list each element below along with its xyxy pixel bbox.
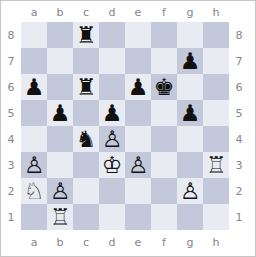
square-g8[interactable] (177, 22, 203, 48)
square-f3[interactable] (151, 152, 177, 178)
square-a1[interactable] (21, 204, 47, 230)
rank-label-2: 2 (231, 178, 247, 204)
file-labels-bottom: abcdefgh (21, 234, 229, 250)
file-label-f: f (151, 4, 177, 20)
black-king[interactable]: ♚ (154, 74, 175, 100)
white-king[interactable]: ♔ (102, 152, 123, 178)
white-pawn[interactable]: ♙ (128, 152, 149, 178)
square-d1[interactable] (99, 204, 125, 230)
rank-label-6: 6 (3, 74, 19, 100)
square-b6[interactable] (47, 74, 73, 100)
white-rook[interactable]: ♖ (206, 152, 227, 178)
file-label-c: c (73, 4, 99, 20)
rank-label-7: 7 (3, 48, 19, 74)
black-rook[interactable]: ♜ (76, 74, 97, 100)
square-g2[interactable]: ♙ (177, 178, 203, 204)
square-g5[interactable]: ♟ (177, 100, 203, 126)
rank-label-3: 3 (231, 152, 247, 178)
square-e7[interactable] (125, 48, 151, 74)
file-label-a: a (21, 234, 47, 250)
file-label-g: g (177, 234, 203, 250)
square-e1[interactable] (125, 204, 151, 230)
rank-label-3: 3 (3, 152, 19, 178)
board: ♜♟♟♜♟♚♟♟♟♞♙♙♔♙♖♘♙♙♖ (21, 22, 229, 230)
file-label-b: b (47, 4, 73, 20)
rank-label-1: 1 (3, 204, 19, 230)
rank-label-1: 1 (231, 204, 247, 230)
square-h3[interactable]: ♖ (203, 152, 229, 178)
square-f7[interactable] (151, 48, 177, 74)
square-c7[interactable] (73, 48, 99, 74)
square-b8[interactable] (47, 22, 73, 48)
square-c4[interactable]: ♞ (73, 126, 99, 152)
square-a7[interactable] (21, 48, 47, 74)
square-a3[interactable]: ♙ (21, 152, 47, 178)
rank-label-6: 6 (231, 74, 247, 100)
rank-labels-left: 87654321 (3, 22, 19, 230)
rank-label-4: 4 (231, 126, 247, 152)
square-d7[interactable] (99, 48, 125, 74)
square-b5[interactable]: ♟ (47, 100, 73, 126)
rank-label-8: 8 (231, 22, 247, 48)
square-b7[interactable] (47, 48, 73, 74)
square-b1[interactable]: ♖ (47, 204, 73, 230)
square-c8[interactable]: ♜ (73, 22, 99, 48)
file-labels-top: abcdefgh (21, 4, 229, 20)
black-pawn[interactable]: ♟ (24, 74, 45, 100)
square-a8[interactable] (21, 22, 47, 48)
square-g4[interactable] (177, 126, 203, 152)
rank-label-8: 8 (3, 22, 19, 48)
square-h7[interactable] (203, 48, 229, 74)
square-e8[interactable] (125, 22, 151, 48)
square-a6[interactable]: ♟ (21, 74, 47, 100)
square-d6[interactable] (99, 74, 125, 100)
rank-label-5: 5 (3, 100, 19, 126)
white-rook[interactable]: ♖ (50, 204, 71, 230)
file-label-f: f (151, 234, 177, 250)
square-b3[interactable] (47, 152, 73, 178)
square-d3[interactable]: ♔ (99, 152, 125, 178)
square-f6[interactable]: ♚ (151, 74, 177, 100)
black-pawn[interactable]: ♟ (180, 100, 201, 126)
square-b2[interactable]: ♙ (47, 178, 73, 204)
black-knight[interactable]: ♞ (76, 126, 97, 152)
square-e4[interactable] (125, 126, 151, 152)
black-pawn[interactable]: ♟ (102, 100, 123, 126)
file-label-e: e (125, 234, 151, 250)
square-f4[interactable] (151, 126, 177, 152)
square-h4[interactable] (203, 126, 229, 152)
square-c2[interactable] (73, 178, 99, 204)
square-h2[interactable] (203, 178, 229, 204)
square-f5[interactable] (151, 100, 177, 126)
black-rook[interactable]: ♜ (76, 22, 97, 48)
file-label-b: b (47, 234, 73, 250)
file-label-a: a (21, 4, 47, 20)
white-pawn[interactable]: ♙ (50, 178, 71, 204)
chess-diagram: abcdefgh 87654321 ♜♟♟♜♟♚♟♟♟♞♙♙♔♙♖♘♙♙♖ 87… (0, 0, 256, 257)
white-pawn[interactable]: ♙ (24, 152, 45, 178)
square-g3[interactable] (177, 152, 203, 178)
square-b4[interactable] (47, 126, 73, 152)
black-pawn[interactable]: ♟ (180, 48, 201, 74)
square-h5[interactable] (203, 100, 229, 126)
square-g7[interactable]: ♟ (177, 48, 203, 74)
rank-labels-right: 87654321 (231, 22, 247, 230)
square-a2[interactable]: ♘ (21, 178, 47, 204)
square-f1[interactable] (151, 204, 177, 230)
square-g1[interactable] (177, 204, 203, 230)
file-label-g: g (177, 4, 203, 20)
file-label-d: d (99, 234, 125, 250)
square-f8[interactable] (151, 22, 177, 48)
square-e2[interactable] (125, 178, 151, 204)
square-e3[interactable]: ♙ (125, 152, 151, 178)
rank-label-2: 2 (3, 178, 19, 204)
square-h8[interactable] (203, 22, 229, 48)
file-label-h: h (203, 4, 229, 20)
square-f2[interactable] (151, 178, 177, 204)
rank-label-5: 5 (231, 100, 247, 126)
file-label-d: d (99, 4, 125, 20)
file-label-e: e (125, 4, 151, 20)
square-c3[interactable] (73, 152, 99, 178)
white-pawn[interactable]: ♙ (102, 126, 123, 152)
square-a5[interactable] (21, 100, 47, 126)
square-c5[interactable] (73, 100, 99, 126)
square-c1[interactable] (73, 204, 99, 230)
white-knight[interactable]: ♘ (24, 178, 45, 204)
square-c6[interactable]: ♜ (73, 74, 99, 100)
white-pawn[interactable]: ♙ (180, 178, 201, 204)
square-d4[interactable]: ♙ (99, 126, 125, 152)
rank-label-7: 7 (231, 48, 247, 74)
rank-label-4: 4 (3, 126, 19, 152)
square-h1[interactable] (203, 204, 229, 230)
square-g6[interactable] (177, 74, 203, 100)
square-d5[interactable]: ♟ (99, 100, 125, 126)
square-d8[interactable] (99, 22, 125, 48)
square-e6[interactable]: ♟ (125, 74, 151, 100)
square-a4[interactable] (21, 126, 47, 152)
file-label-h: h (203, 234, 229, 250)
black-pawn[interactable]: ♟ (50, 100, 71, 126)
black-pawn[interactable]: ♟ (128, 74, 149, 100)
square-d2[interactable] (99, 178, 125, 204)
file-label-c: c (73, 234, 99, 250)
square-h6[interactable] (203, 74, 229, 100)
square-e5[interactable] (125, 100, 151, 126)
